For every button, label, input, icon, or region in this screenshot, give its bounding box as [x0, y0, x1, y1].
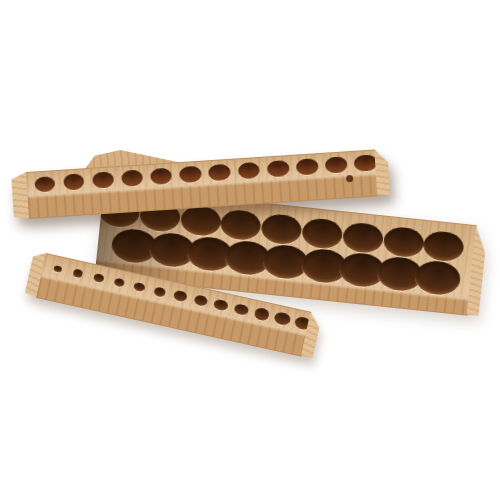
front-bar-pit-r1-11	[253, 307, 270, 321]
back-bar-pit-r1-12	[353, 154, 376, 172]
back-bar-pit-r1-3	[92, 172, 113, 189]
front-bar-pit-r1-4	[113, 277, 125, 287]
front-bar-pit-r1-1	[53, 265, 63, 273]
main-board-pit-r1-4	[220, 208, 263, 241]
product-photo	[0, 0, 500, 500]
main-board-pit-r1-5	[260, 212, 303, 245]
back-bar-pit-r1-2	[63, 174, 84, 190]
front-bar-pit-r1-3	[93, 273, 104, 282]
back-bar-pit-r1-4	[121, 170, 143, 187]
front-bar-pit-r1-10	[233, 303, 249, 317]
front-bar-pit-r1-6	[153, 286, 166, 297]
back-bar-pit-r1-6	[179, 166, 201, 183]
back-bar-pit-r1-1	[34, 176, 55, 192]
main-board-pit-r1-6	[301, 217, 344, 250]
front-bar-pit-r1-5	[133, 282, 146, 293]
back-bar-pit-r1-9	[266, 160, 289, 178]
front-bar-pit-r1-12	[273, 311, 291, 326]
front-bar-pit-r1-9	[213, 299, 228, 312]
back-bar-rack	[26, 149, 378, 217]
front-bar-pit-r1-7	[173, 290, 187, 302]
main-board-pit-r1-7	[341, 221, 384, 254]
back-bar-pit-r1-11	[324, 156, 347, 174]
main-board-pit-r1-8	[382, 225, 425, 258]
wood-knot	[345, 174, 352, 181]
main-board-pit-r2-9	[414, 259, 462, 297]
back-bar-pit-r1-7	[208, 164, 230, 181]
back-bar-pit-r1-8	[237, 162, 260, 180]
main-board-pit-r1-9	[423, 229, 466, 262]
front-bar-pit-r1-8	[193, 294, 208, 307]
front-bar-pit-r1-2	[73, 269, 83, 278]
back-bar-pit-r1-5	[150, 168, 172, 185]
back-bar-pit-r1-10	[295, 158, 318, 176]
